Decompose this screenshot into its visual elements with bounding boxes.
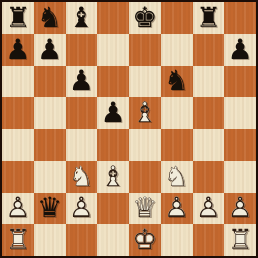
square-h1[interactable]: ♜♖ bbox=[224, 224, 256, 256]
square-c4[interactable] bbox=[66, 129, 98, 161]
square-e4[interactable] bbox=[129, 129, 161, 161]
square-a8[interactable]: ♜ bbox=[2, 2, 34, 34]
square-d7[interactable] bbox=[97, 34, 129, 66]
square-b4[interactable] bbox=[34, 129, 66, 161]
piece-fill-glyph: ♟ bbox=[224, 34, 256, 66]
black-bishop[interactable]: ♝ bbox=[66, 2, 98, 34]
white-knight[interactable]: ♞♘ bbox=[66, 161, 98, 193]
piece-fill-glyph: ♛ bbox=[34, 193, 66, 225]
square-f7[interactable] bbox=[161, 34, 193, 66]
square-c6[interactable]: ♟ bbox=[66, 66, 98, 98]
piece-outline-glyph: ♘ bbox=[161, 161, 193, 193]
square-h8[interactable] bbox=[224, 2, 256, 34]
square-e3[interactable] bbox=[129, 161, 161, 193]
square-f6[interactable]: ♞ bbox=[161, 66, 193, 98]
square-c5[interactable] bbox=[66, 97, 98, 129]
square-h6[interactable] bbox=[224, 66, 256, 98]
square-f4[interactable] bbox=[161, 129, 193, 161]
piece-outline-glyph: ♖ bbox=[224, 224, 256, 256]
black-king[interactable]: ♚ bbox=[129, 2, 161, 34]
piece-outline-glyph: ♗ bbox=[129, 97, 161, 129]
piece-outline-glyph: ♙ bbox=[193, 193, 225, 225]
square-h5[interactable] bbox=[224, 97, 256, 129]
piece-fill-glyph: ♞ bbox=[34, 2, 66, 34]
square-e8[interactable]: ♚ bbox=[129, 2, 161, 34]
square-d5[interactable]: ♟ bbox=[97, 97, 129, 129]
square-g5[interactable] bbox=[193, 97, 225, 129]
square-c7[interactable] bbox=[66, 34, 98, 66]
white-pawn[interactable]: ♟♙ bbox=[193, 193, 225, 225]
white-pawn[interactable]: ♟♙ bbox=[161, 193, 193, 225]
black-queen[interactable]: ♛ bbox=[34, 193, 66, 225]
white-bishop[interactable]: ♝♗ bbox=[129, 97, 161, 129]
white-bishop[interactable]: ♝♗ bbox=[97, 161, 129, 193]
white-rook[interactable]: ♜♖ bbox=[2, 224, 34, 256]
black-pawn[interactable]: ♟ bbox=[34, 34, 66, 66]
square-d4[interactable] bbox=[97, 129, 129, 161]
piece-outline-glyph: ♙ bbox=[2, 193, 34, 225]
square-d3[interactable]: ♝♗ bbox=[97, 161, 129, 193]
piece-fill-glyph: ♞ bbox=[161, 66, 193, 98]
white-queen[interactable]: ♛♕ bbox=[129, 193, 161, 225]
square-g1[interactable] bbox=[193, 224, 225, 256]
square-c1[interactable] bbox=[66, 224, 98, 256]
black-rook[interactable]: ♜ bbox=[2, 2, 34, 34]
white-pawn[interactable]: ♟♙ bbox=[2, 193, 34, 225]
square-a3[interactable] bbox=[2, 161, 34, 193]
square-a5[interactable] bbox=[2, 97, 34, 129]
square-a7[interactable]: ♟ bbox=[2, 34, 34, 66]
black-pawn[interactable]: ♟ bbox=[2, 34, 34, 66]
black-rook[interactable]: ♜ bbox=[193, 2, 225, 34]
square-d2[interactable] bbox=[97, 193, 129, 225]
square-b3[interactable] bbox=[34, 161, 66, 193]
piece-outline-glyph: ♗ bbox=[97, 161, 129, 193]
square-e6[interactable] bbox=[129, 66, 161, 98]
white-rook[interactable]: ♜♖ bbox=[224, 224, 256, 256]
piece-outline-glyph: ♙ bbox=[224, 193, 256, 225]
square-f1[interactable] bbox=[161, 224, 193, 256]
square-a6[interactable] bbox=[2, 66, 34, 98]
piece-fill-glyph: ♟ bbox=[2, 34, 34, 66]
piece-outline-glyph: ♖ bbox=[2, 224, 34, 256]
square-b2[interactable]: ♛ bbox=[34, 193, 66, 225]
square-g8[interactable]: ♜ bbox=[193, 2, 225, 34]
piece-fill-glyph: ♟ bbox=[34, 34, 66, 66]
piece-fill-glyph: ♟ bbox=[66, 66, 98, 98]
square-e1[interactable]: ♚♔ bbox=[129, 224, 161, 256]
square-b8[interactable]: ♞ bbox=[34, 2, 66, 34]
square-h2[interactable]: ♟♙ bbox=[224, 193, 256, 225]
white-pawn[interactable]: ♟♙ bbox=[224, 193, 256, 225]
piece-fill-glyph: ♚ bbox=[129, 2, 161, 34]
square-d8[interactable] bbox=[97, 2, 129, 34]
square-f5[interactable] bbox=[161, 97, 193, 129]
piece-fill-glyph: ♜ bbox=[2, 2, 34, 34]
square-b1[interactable] bbox=[34, 224, 66, 256]
piece-fill-glyph: ♜ bbox=[193, 2, 225, 34]
square-g3[interactable] bbox=[193, 161, 225, 193]
square-f8[interactable] bbox=[161, 2, 193, 34]
piece-fill-glyph: ♟ bbox=[97, 97, 129, 129]
square-g4[interactable] bbox=[193, 129, 225, 161]
square-b6[interactable] bbox=[34, 66, 66, 98]
white-knight[interactable]: ♞♘ bbox=[161, 161, 193, 193]
square-h3[interactable] bbox=[224, 161, 256, 193]
square-d6[interactable] bbox=[97, 66, 129, 98]
black-knight[interactable]: ♞ bbox=[161, 66, 193, 98]
piece-outline-glyph: ♔ bbox=[129, 224, 161, 256]
square-g6[interactable] bbox=[193, 66, 225, 98]
square-c2[interactable]: ♟♙ bbox=[66, 193, 98, 225]
square-a4[interactable] bbox=[2, 129, 34, 161]
square-e5[interactable]: ♝♗ bbox=[129, 97, 161, 129]
square-a2[interactable]: ♟♙ bbox=[2, 193, 34, 225]
piece-outline-glyph: ♕ bbox=[129, 193, 161, 225]
black-pawn[interactable]: ♟ bbox=[224, 34, 256, 66]
piece-outline-glyph: ♙ bbox=[161, 193, 193, 225]
square-h7[interactable]: ♟ bbox=[224, 34, 256, 66]
piece-outline-glyph: ♘ bbox=[66, 161, 98, 193]
square-c8[interactable]: ♝ bbox=[66, 2, 98, 34]
square-f2[interactable]: ♟♙ bbox=[161, 193, 193, 225]
piece-outline-glyph: ♙ bbox=[66, 193, 98, 225]
square-b5[interactable] bbox=[34, 97, 66, 129]
black-knight[interactable]: ♞ bbox=[34, 2, 66, 34]
square-d1[interactable] bbox=[97, 224, 129, 256]
square-h4[interactable] bbox=[224, 129, 256, 161]
square-g2[interactable]: ♟♙ bbox=[193, 193, 225, 225]
square-a1[interactable]: ♜♖ bbox=[2, 224, 34, 256]
square-e2[interactable]: ♛♕ bbox=[129, 193, 161, 225]
square-g7[interactable] bbox=[193, 34, 225, 66]
black-pawn[interactable]: ♟ bbox=[97, 97, 129, 129]
square-b7[interactable]: ♟ bbox=[34, 34, 66, 66]
piece-fill-glyph: ♝ bbox=[66, 2, 98, 34]
white-king[interactable]: ♚♔ bbox=[129, 224, 161, 256]
square-e7[interactable] bbox=[129, 34, 161, 66]
chess-board: ♜♞♝♚♜♟♟♟♟♞♟♝♗♞♘♝♗♞♘♟♙♛♟♙♛♕♟♙♟♙♟♙♜♖♚♔♜♖ bbox=[2, 2, 256, 256]
board-frame: ♜♞♝♚♜♟♟♟♟♞♟♝♗♞♘♝♗♞♘♟♙♛♟♙♛♕♟♙♟♙♟♙♜♖♚♔♜♖ bbox=[0, 0, 258, 258]
square-c3[interactable]: ♞♘ bbox=[66, 161, 98, 193]
square-f3[interactable]: ♞♘ bbox=[161, 161, 193, 193]
white-pawn[interactable]: ♟♙ bbox=[66, 193, 98, 225]
black-pawn[interactable]: ♟ bbox=[66, 66, 98, 98]
